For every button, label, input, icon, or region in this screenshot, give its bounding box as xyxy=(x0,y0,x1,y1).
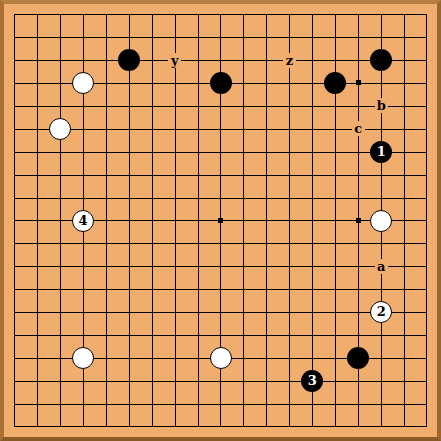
point-3-9[interactable]: 4 xyxy=(72,209,95,232)
point-4-0[interactable] xyxy=(94,3,117,26)
point-1-5[interactable] xyxy=(26,117,49,140)
point-4-14[interactable] xyxy=(94,324,117,347)
point-18-8[interactable] xyxy=(416,186,439,209)
white-stone-4[interactable]: 4 xyxy=(72,210,94,232)
point-5-3[interactable] xyxy=(117,72,140,95)
point-7-10[interactable] xyxy=(163,232,186,255)
point-9-14[interactable] xyxy=(209,324,232,347)
point-2-13[interactable] xyxy=(49,301,72,324)
point-15-7[interactable] xyxy=(347,163,370,186)
point-0-4[interactable] xyxy=(3,94,26,117)
point-3-16[interactable] xyxy=(72,370,95,393)
point-1-15[interactable] xyxy=(26,347,49,370)
point-11-13[interactable] xyxy=(255,301,278,324)
point-10-7[interactable] xyxy=(232,163,255,186)
point-10-15[interactable] xyxy=(232,347,255,370)
point-13-11[interactable] xyxy=(301,255,324,278)
point-3-17[interactable] xyxy=(72,393,95,416)
point-12-18[interactable] xyxy=(278,416,301,439)
point-16-8[interactable] xyxy=(370,186,393,209)
black-stone[interactable] xyxy=(347,347,369,369)
point-9-6[interactable] xyxy=(209,140,232,163)
point-3-0[interactable] xyxy=(72,3,95,26)
point-1-8[interactable] xyxy=(26,186,49,209)
point-2-14[interactable] xyxy=(49,324,72,347)
point-1-17[interactable] xyxy=(26,393,49,416)
point-9-17[interactable] xyxy=(209,393,232,416)
point-18-5[interactable] xyxy=(416,117,439,140)
point-6-9[interactable] xyxy=(140,209,163,232)
point-5-8[interactable] xyxy=(117,186,140,209)
point-10-3[interactable] xyxy=(232,72,255,95)
point-17-18[interactable] xyxy=(393,416,416,439)
label-y[interactable]: y xyxy=(168,53,181,68)
point-18-0[interactable] xyxy=(416,3,439,26)
point-8-6[interactable] xyxy=(186,140,209,163)
point-15-1[interactable] xyxy=(347,26,370,49)
point-6-2[interactable] xyxy=(140,49,163,72)
white-stone[interactable] xyxy=(210,347,232,369)
point-14-12[interactable] xyxy=(324,278,347,301)
point-15-0[interactable] xyxy=(347,3,370,26)
point-12-9[interactable] xyxy=(278,209,301,232)
point-12-16[interactable] xyxy=(278,370,301,393)
point-10-2[interactable] xyxy=(232,49,255,72)
point-7-12[interactable] xyxy=(163,278,186,301)
point-0-5[interactable] xyxy=(3,117,26,140)
point-16-1[interactable] xyxy=(370,26,393,49)
point-6-4[interactable] xyxy=(140,94,163,117)
point-15-4[interactable] xyxy=(347,94,370,117)
point-11-1[interactable] xyxy=(255,26,278,49)
point-15-3[interactable] xyxy=(347,72,370,95)
point-17-1[interactable] xyxy=(393,26,416,49)
label-z[interactable]: z xyxy=(283,53,296,68)
point-1-4[interactable] xyxy=(26,94,49,117)
point-2-17[interactable] xyxy=(49,393,72,416)
point-5-16[interactable] xyxy=(117,370,140,393)
point-6-18[interactable] xyxy=(140,416,163,439)
point-5-2[interactable] xyxy=(117,49,140,72)
point-13-12[interactable] xyxy=(301,278,324,301)
point-12-15[interactable] xyxy=(278,347,301,370)
point-5-9[interactable] xyxy=(117,209,140,232)
point-2-18[interactable] xyxy=(49,416,72,439)
point-12-7[interactable] xyxy=(278,163,301,186)
point-7-0[interactable] xyxy=(163,3,186,26)
point-3-11[interactable] xyxy=(72,255,95,278)
point-9-0[interactable] xyxy=(209,3,232,26)
point-4-15[interactable] xyxy=(94,347,117,370)
point-11-2[interactable] xyxy=(255,49,278,72)
point-11-18[interactable] xyxy=(255,416,278,439)
point-18-13[interactable] xyxy=(416,301,439,324)
point-13-8[interactable] xyxy=(301,186,324,209)
point-18-6[interactable] xyxy=(416,140,439,163)
point-5-11[interactable] xyxy=(117,255,140,278)
point-2-8[interactable] xyxy=(49,186,72,209)
point-15-10[interactable] xyxy=(347,232,370,255)
point-18-3[interactable] xyxy=(416,72,439,95)
black-stone[interactable] xyxy=(370,49,392,71)
point-13-7[interactable] xyxy=(301,163,324,186)
point-13-1[interactable] xyxy=(301,26,324,49)
point-8-16[interactable] xyxy=(186,370,209,393)
point-0-1[interactable] xyxy=(3,26,26,49)
point-7-11[interactable] xyxy=(163,255,186,278)
point-13-0[interactable] xyxy=(301,3,324,26)
point-10-11[interactable] xyxy=(232,255,255,278)
point-13-4[interactable] xyxy=(301,94,324,117)
point-7-5[interactable] xyxy=(163,117,186,140)
point-6-3[interactable] xyxy=(140,72,163,95)
point-18-2[interactable] xyxy=(416,49,439,72)
point-2-12[interactable] xyxy=(49,278,72,301)
white-stone-2[interactable]: 2 xyxy=(370,301,392,323)
point-16-15[interactable] xyxy=(370,347,393,370)
point-16-10[interactable] xyxy=(370,232,393,255)
point-12-13[interactable] xyxy=(278,301,301,324)
point-6-8[interactable] xyxy=(140,186,163,209)
point-8-8[interactable] xyxy=(186,186,209,209)
point-10-0[interactable] xyxy=(232,3,255,26)
point-3-18[interactable] xyxy=(72,416,95,439)
point-18-18[interactable] xyxy=(416,416,439,439)
point-12-3[interactable] xyxy=(278,72,301,95)
point-11-16[interactable] xyxy=(255,370,278,393)
point-10-12[interactable] xyxy=(232,278,255,301)
point-7-15[interactable] xyxy=(163,347,186,370)
point-0-9[interactable] xyxy=(3,209,26,232)
point-7-17[interactable] xyxy=(163,393,186,416)
point-7-8[interactable] xyxy=(163,186,186,209)
point-11-5[interactable] xyxy=(255,117,278,140)
point-12-14[interactable] xyxy=(278,324,301,347)
point-17-15[interactable] xyxy=(393,347,416,370)
point-17-6[interactable] xyxy=(393,140,416,163)
point-16-7[interactable] xyxy=(370,163,393,186)
point-2-1[interactable] xyxy=(49,26,72,49)
point-7-14[interactable] xyxy=(163,324,186,347)
point-2-15[interactable] xyxy=(49,347,72,370)
point-17-3[interactable] xyxy=(393,72,416,95)
point-14-0[interactable] xyxy=(324,3,347,26)
point-15-16[interactable] xyxy=(347,370,370,393)
point-12-17[interactable] xyxy=(278,393,301,416)
point-16-17[interactable] xyxy=(370,393,393,416)
point-0-12[interactable] xyxy=(3,278,26,301)
black-stone-1[interactable]: 1 xyxy=(370,141,392,163)
white-stone[interactable] xyxy=(49,118,71,140)
point-7-7[interactable] xyxy=(163,163,186,186)
point-3-5[interactable] xyxy=(72,117,95,140)
point-5-7[interactable] xyxy=(117,163,140,186)
point-13-14[interactable] xyxy=(301,324,324,347)
point-12-0[interactable] xyxy=(278,3,301,26)
point-3-1[interactable] xyxy=(72,26,95,49)
point-6-17[interactable] xyxy=(140,393,163,416)
point-11-3[interactable] xyxy=(255,72,278,95)
point-14-13[interactable] xyxy=(324,301,347,324)
point-15-17[interactable] xyxy=(347,393,370,416)
point-9-12[interactable] xyxy=(209,278,232,301)
point-8-10[interactable] xyxy=(186,232,209,255)
point-6-14[interactable] xyxy=(140,324,163,347)
point-10-6[interactable] xyxy=(232,140,255,163)
point-15-9[interactable] xyxy=(347,209,370,232)
point-10-4[interactable] xyxy=(232,94,255,117)
point-16-3[interactable] xyxy=(370,72,393,95)
point-4-6[interactable] xyxy=(94,140,117,163)
point-13-17[interactable] xyxy=(301,393,324,416)
point-2-0[interactable] xyxy=(49,3,72,26)
point-7-16[interactable] xyxy=(163,370,186,393)
point-14-11[interactable] xyxy=(324,255,347,278)
point-17-9[interactable] xyxy=(393,209,416,232)
point-9-15[interactable] xyxy=(209,347,232,370)
point-7-2[interactable]: y xyxy=(163,49,186,72)
point-18-11[interactable] xyxy=(416,255,439,278)
point-14-10[interactable] xyxy=(324,232,347,255)
point-8-15[interactable] xyxy=(186,347,209,370)
point-6-16[interactable] xyxy=(140,370,163,393)
point-9-2[interactable] xyxy=(209,49,232,72)
point-8-1[interactable] xyxy=(186,26,209,49)
point-16-9[interactable] xyxy=(370,209,393,232)
point-8-3[interactable] xyxy=(186,72,209,95)
point-17-2[interactable] xyxy=(393,49,416,72)
point-11-14[interactable] xyxy=(255,324,278,347)
point-12-5[interactable] xyxy=(278,117,301,140)
point-18-14[interactable] xyxy=(416,324,439,347)
point-10-8[interactable] xyxy=(232,186,255,209)
point-5-0[interactable] xyxy=(117,3,140,26)
point-13-15[interactable] xyxy=(301,347,324,370)
point-15-13[interactable] xyxy=(347,301,370,324)
point-17-8[interactable] xyxy=(393,186,416,209)
white-stone[interactable] xyxy=(72,72,94,94)
point-8-13[interactable] xyxy=(186,301,209,324)
point-18-4[interactable] xyxy=(416,94,439,117)
point-5-14[interactable] xyxy=(117,324,140,347)
point-8-4[interactable] xyxy=(186,94,209,117)
point-3-15[interactable] xyxy=(72,347,95,370)
point-15-12[interactable] xyxy=(347,278,370,301)
black-stone[interactable] xyxy=(324,72,346,94)
point-4-7[interactable] xyxy=(94,163,117,186)
point-7-3[interactable] xyxy=(163,72,186,95)
point-8-7[interactable] xyxy=(186,163,209,186)
black-stone-3[interactable]: 3 xyxy=(301,370,323,392)
point-3-13[interactable] xyxy=(72,301,95,324)
white-stone[interactable] xyxy=(72,347,94,369)
point-18-17[interactable] xyxy=(416,393,439,416)
point-15-18[interactable] xyxy=(347,416,370,439)
point-16-0[interactable] xyxy=(370,3,393,26)
label-a[interactable]: a xyxy=(375,259,388,274)
point-7-13[interactable] xyxy=(163,301,186,324)
point-7-18[interactable] xyxy=(163,416,186,439)
point-18-15[interactable] xyxy=(416,347,439,370)
point-8-11[interactable] xyxy=(186,255,209,278)
point-14-6[interactable] xyxy=(324,140,347,163)
point-2-10[interactable] xyxy=(49,232,72,255)
point-9-7[interactable] xyxy=(209,163,232,186)
point-10-1[interactable] xyxy=(232,26,255,49)
point-2-2[interactable] xyxy=(49,49,72,72)
point-6-0[interactable] xyxy=(140,3,163,26)
point-1-7[interactable] xyxy=(26,163,49,186)
point-17-0[interactable] xyxy=(393,3,416,26)
point-9-10[interactable] xyxy=(209,232,232,255)
point-10-5[interactable] xyxy=(232,117,255,140)
point-9-9[interactable] xyxy=(209,209,232,232)
point-4-12[interactable] xyxy=(94,278,117,301)
point-17-7[interactable] xyxy=(393,163,416,186)
point-0-13[interactable] xyxy=(3,301,26,324)
point-0-10[interactable] xyxy=(3,232,26,255)
point-14-8[interactable] xyxy=(324,186,347,209)
point-13-10[interactable] xyxy=(301,232,324,255)
point-1-3[interactable] xyxy=(26,72,49,95)
point-17-13[interactable] xyxy=(393,301,416,324)
point-9-11[interactable] xyxy=(209,255,232,278)
white-stone[interactable] xyxy=(370,210,392,232)
point-4-10[interactable] xyxy=(94,232,117,255)
point-11-9[interactable] xyxy=(255,209,278,232)
point-1-2[interactable] xyxy=(26,49,49,72)
point-5-13[interactable] xyxy=(117,301,140,324)
point-17-5[interactable] xyxy=(393,117,416,140)
point-11-17[interactable] xyxy=(255,393,278,416)
point-11-0[interactable] xyxy=(255,3,278,26)
point-6-15[interactable] xyxy=(140,347,163,370)
point-10-10[interactable] xyxy=(232,232,255,255)
point-9-16[interactable] xyxy=(209,370,232,393)
point-13-18[interactable] xyxy=(301,416,324,439)
point-8-0[interactable] xyxy=(186,3,209,26)
point-17-10[interactable] xyxy=(393,232,416,255)
black-stone[interactable] xyxy=(210,72,232,94)
point-13-3[interactable] xyxy=(301,72,324,95)
point-14-17[interactable] xyxy=(324,393,347,416)
point-0-8[interactable] xyxy=(3,186,26,209)
point-13-13[interactable] xyxy=(301,301,324,324)
point-14-9[interactable] xyxy=(324,209,347,232)
point-15-8[interactable] xyxy=(347,186,370,209)
point-14-14[interactable] xyxy=(324,324,347,347)
point-3-2[interactable] xyxy=(72,49,95,72)
point-18-9[interactable] xyxy=(416,209,439,232)
point-10-13[interactable] xyxy=(232,301,255,324)
point-12-11[interactable] xyxy=(278,255,301,278)
point-4-2[interactable] xyxy=(94,49,117,72)
point-3-6[interactable] xyxy=(72,140,95,163)
point-2-11[interactable] xyxy=(49,255,72,278)
point-14-7[interactable] xyxy=(324,163,347,186)
point-9-4[interactable] xyxy=(209,94,232,117)
point-3-3[interactable] xyxy=(72,72,95,95)
point-6-11[interactable] xyxy=(140,255,163,278)
point-13-16[interactable]: 3 xyxy=(301,370,324,393)
point-16-13[interactable]: 2 xyxy=(370,301,393,324)
point-4-8[interactable] xyxy=(94,186,117,209)
point-15-15[interactable] xyxy=(347,347,370,370)
point-0-11[interactable] xyxy=(3,255,26,278)
point-2-16[interactable] xyxy=(49,370,72,393)
point-16-2[interactable] xyxy=(370,49,393,72)
point-16-18[interactable] xyxy=(370,416,393,439)
point-18-7[interactable] xyxy=(416,163,439,186)
point-17-4[interactable] xyxy=(393,94,416,117)
point-11-11[interactable] xyxy=(255,255,278,278)
point-4-5[interactable] xyxy=(94,117,117,140)
point-5-4[interactable] xyxy=(117,94,140,117)
point-5-15[interactable] xyxy=(117,347,140,370)
point-3-8[interactable] xyxy=(72,186,95,209)
point-7-6[interactable] xyxy=(163,140,186,163)
point-17-12[interactable] xyxy=(393,278,416,301)
point-14-5[interactable] xyxy=(324,117,347,140)
point-10-17[interactable] xyxy=(232,393,255,416)
point-12-10[interactable] xyxy=(278,232,301,255)
point-12-2[interactable]: z xyxy=(278,49,301,72)
point-6-5[interactable] xyxy=(140,117,163,140)
point-10-9[interactable] xyxy=(232,209,255,232)
point-16-14[interactable] xyxy=(370,324,393,347)
point-11-15[interactable] xyxy=(255,347,278,370)
point-1-18[interactable] xyxy=(26,416,49,439)
point-5-12[interactable] xyxy=(117,278,140,301)
point-3-10[interactable] xyxy=(72,232,95,255)
point-1-16[interactable] xyxy=(26,370,49,393)
point-4-1[interactable] xyxy=(94,26,117,49)
point-1-13[interactable] xyxy=(26,301,49,324)
point-3-7[interactable] xyxy=(72,163,95,186)
point-3-4[interactable] xyxy=(72,94,95,117)
point-11-7[interactable] xyxy=(255,163,278,186)
point-11-4[interactable] xyxy=(255,94,278,117)
point-12-4[interactable] xyxy=(278,94,301,117)
point-12-8[interactable] xyxy=(278,186,301,209)
point-9-1[interactable] xyxy=(209,26,232,49)
point-3-14[interactable] xyxy=(72,324,95,347)
point-11-12[interactable] xyxy=(255,278,278,301)
point-5-6[interactable] xyxy=(117,140,140,163)
point-5-5[interactable] xyxy=(117,117,140,140)
point-6-7[interactable] xyxy=(140,163,163,186)
point-15-11[interactable] xyxy=(347,255,370,278)
point-8-17[interactable] xyxy=(186,393,209,416)
point-0-0[interactable] xyxy=(3,3,26,26)
point-3-12[interactable] xyxy=(72,278,95,301)
point-8-18[interactable] xyxy=(186,416,209,439)
point-0-15[interactable] xyxy=(3,347,26,370)
point-14-18[interactable] xyxy=(324,416,347,439)
point-18-10[interactable] xyxy=(416,232,439,255)
point-0-17[interactable] xyxy=(3,393,26,416)
point-4-16[interactable] xyxy=(94,370,117,393)
point-14-3[interactable] xyxy=(324,72,347,95)
point-8-14[interactable] xyxy=(186,324,209,347)
point-16-16[interactable] xyxy=(370,370,393,393)
point-13-5[interactable] xyxy=(301,117,324,140)
point-16-4[interactable]: b xyxy=(370,94,393,117)
point-8-9[interactable] xyxy=(186,209,209,232)
point-4-18[interactable] xyxy=(94,416,117,439)
point-14-15[interactable] xyxy=(324,347,347,370)
point-18-16[interactable] xyxy=(416,370,439,393)
